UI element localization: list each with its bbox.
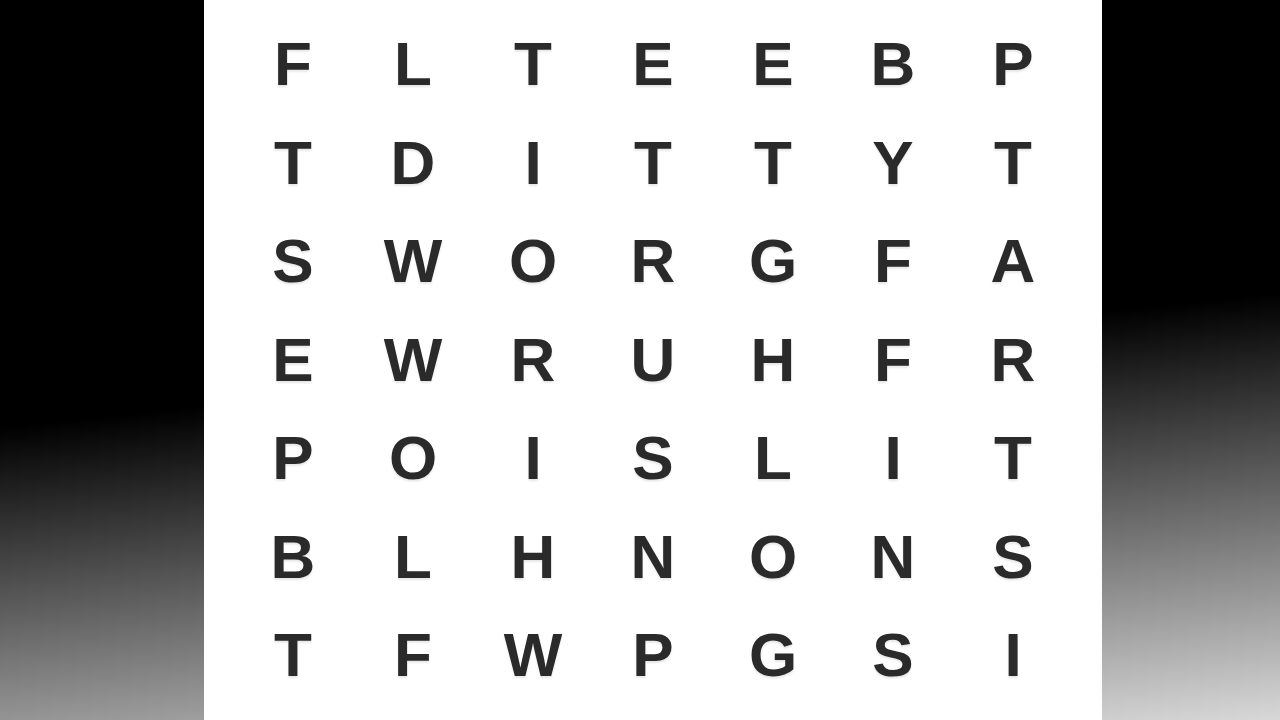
grid-cell[interactable]: A xyxy=(953,212,1073,311)
grid-cell[interactable]: B xyxy=(233,508,353,607)
grid-cell[interactable]: F xyxy=(833,212,953,311)
grid-cell[interactable]: E xyxy=(713,15,833,114)
grid-cell[interactable]: S xyxy=(953,508,1073,607)
grid-cell[interactable]: S xyxy=(833,606,953,705)
grid-cell[interactable]: T xyxy=(953,114,1073,213)
grid-cell[interactable]: T xyxy=(713,114,833,213)
grid-cell[interactable]: I xyxy=(953,606,1073,705)
grid-cell[interactable]: P xyxy=(233,409,353,508)
grid-cell[interactable]: O xyxy=(473,212,593,311)
grid-cell[interactable]: H xyxy=(713,311,833,410)
grid-cell[interactable]: H xyxy=(473,508,593,607)
grid-cell[interactable]: W xyxy=(473,606,593,705)
grid-cell[interactable]: R xyxy=(473,311,593,410)
grid-cell[interactable]: T xyxy=(473,15,593,114)
grid-cell[interactable]: G xyxy=(713,212,833,311)
grid-cell[interactable]: O xyxy=(353,409,473,508)
grid-cell[interactable]: S xyxy=(593,409,713,508)
grid-cell[interactable]: T xyxy=(953,409,1073,508)
grid-cell[interactable]: I xyxy=(833,409,953,508)
grid-cell[interactable]: W xyxy=(353,212,473,311)
grid-cell[interactable]: E xyxy=(593,15,713,114)
grid-cell[interactable]: L xyxy=(353,508,473,607)
grid-cell[interactable]: P xyxy=(953,15,1073,114)
grid-cell[interactable]: L xyxy=(713,409,833,508)
grid-cell[interactable]: N xyxy=(593,508,713,607)
grid-cell[interactable]: U xyxy=(593,311,713,410)
grid-cell[interactable]: T xyxy=(233,606,353,705)
grid-cell[interactable]: T xyxy=(593,114,713,213)
grid-cell[interactable]: F xyxy=(233,15,353,114)
page-background: FLTEEBPTDITTYTSWORGFAEWRUHFRPOISLITBLHNO… xyxy=(0,0,1280,720)
puzzle-panel: FLTEEBPTDITTYTSWORGFAEWRUHFRPOISLITBLHNO… xyxy=(204,0,1102,720)
grid-cell[interactable]: O xyxy=(713,508,833,607)
grid-cell[interactable]: T xyxy=(233,114,353,213)
grid-cell[interactable]: F xyxy=(833,311,953,410)
grid-cell[interactable]: S xyxy=(233,212,353,311)
grid-cell[interactable]: F xyxy=(353,606,473,705)
grid-cell[interactable]: I xyxy=(473,409,593,508)
grid-cell[interactable]: N xyxy=(833,508,953,607)
grid-cell[interactable]: B xyxy=(833,15,953,114)
grid-cell[interactable]: Y xyxy=(833,114,953,213)
grid-cell[interactable]: R xyxy=(953,311,1073,410)
grid-cell[interactable]: E xyxy=(233,311,353,410)
word-search-grid: FLTEEBPTDITTYTSWORGFAEWRUHFRPOISLITBLHNO… xyxy=(233,15,1073,705)
grid-cell[interactable]: I xyxy=(473,114,593,213)
grid-cell[interactable]: P xyxy=(593,606,713,705)
grid-cell[interactable]: W xyxy=(353,311,473,410)
grid-cell[interactable]: L xyxy=(353,15,473,114)
grid-cell[interactable]: D xyxy=(353,114,473,213)
grid-cell[interactable]: R xyxy=(593,212,713,311)
grid-cell[interactable]: G xyxy=(713,606,833,705)
